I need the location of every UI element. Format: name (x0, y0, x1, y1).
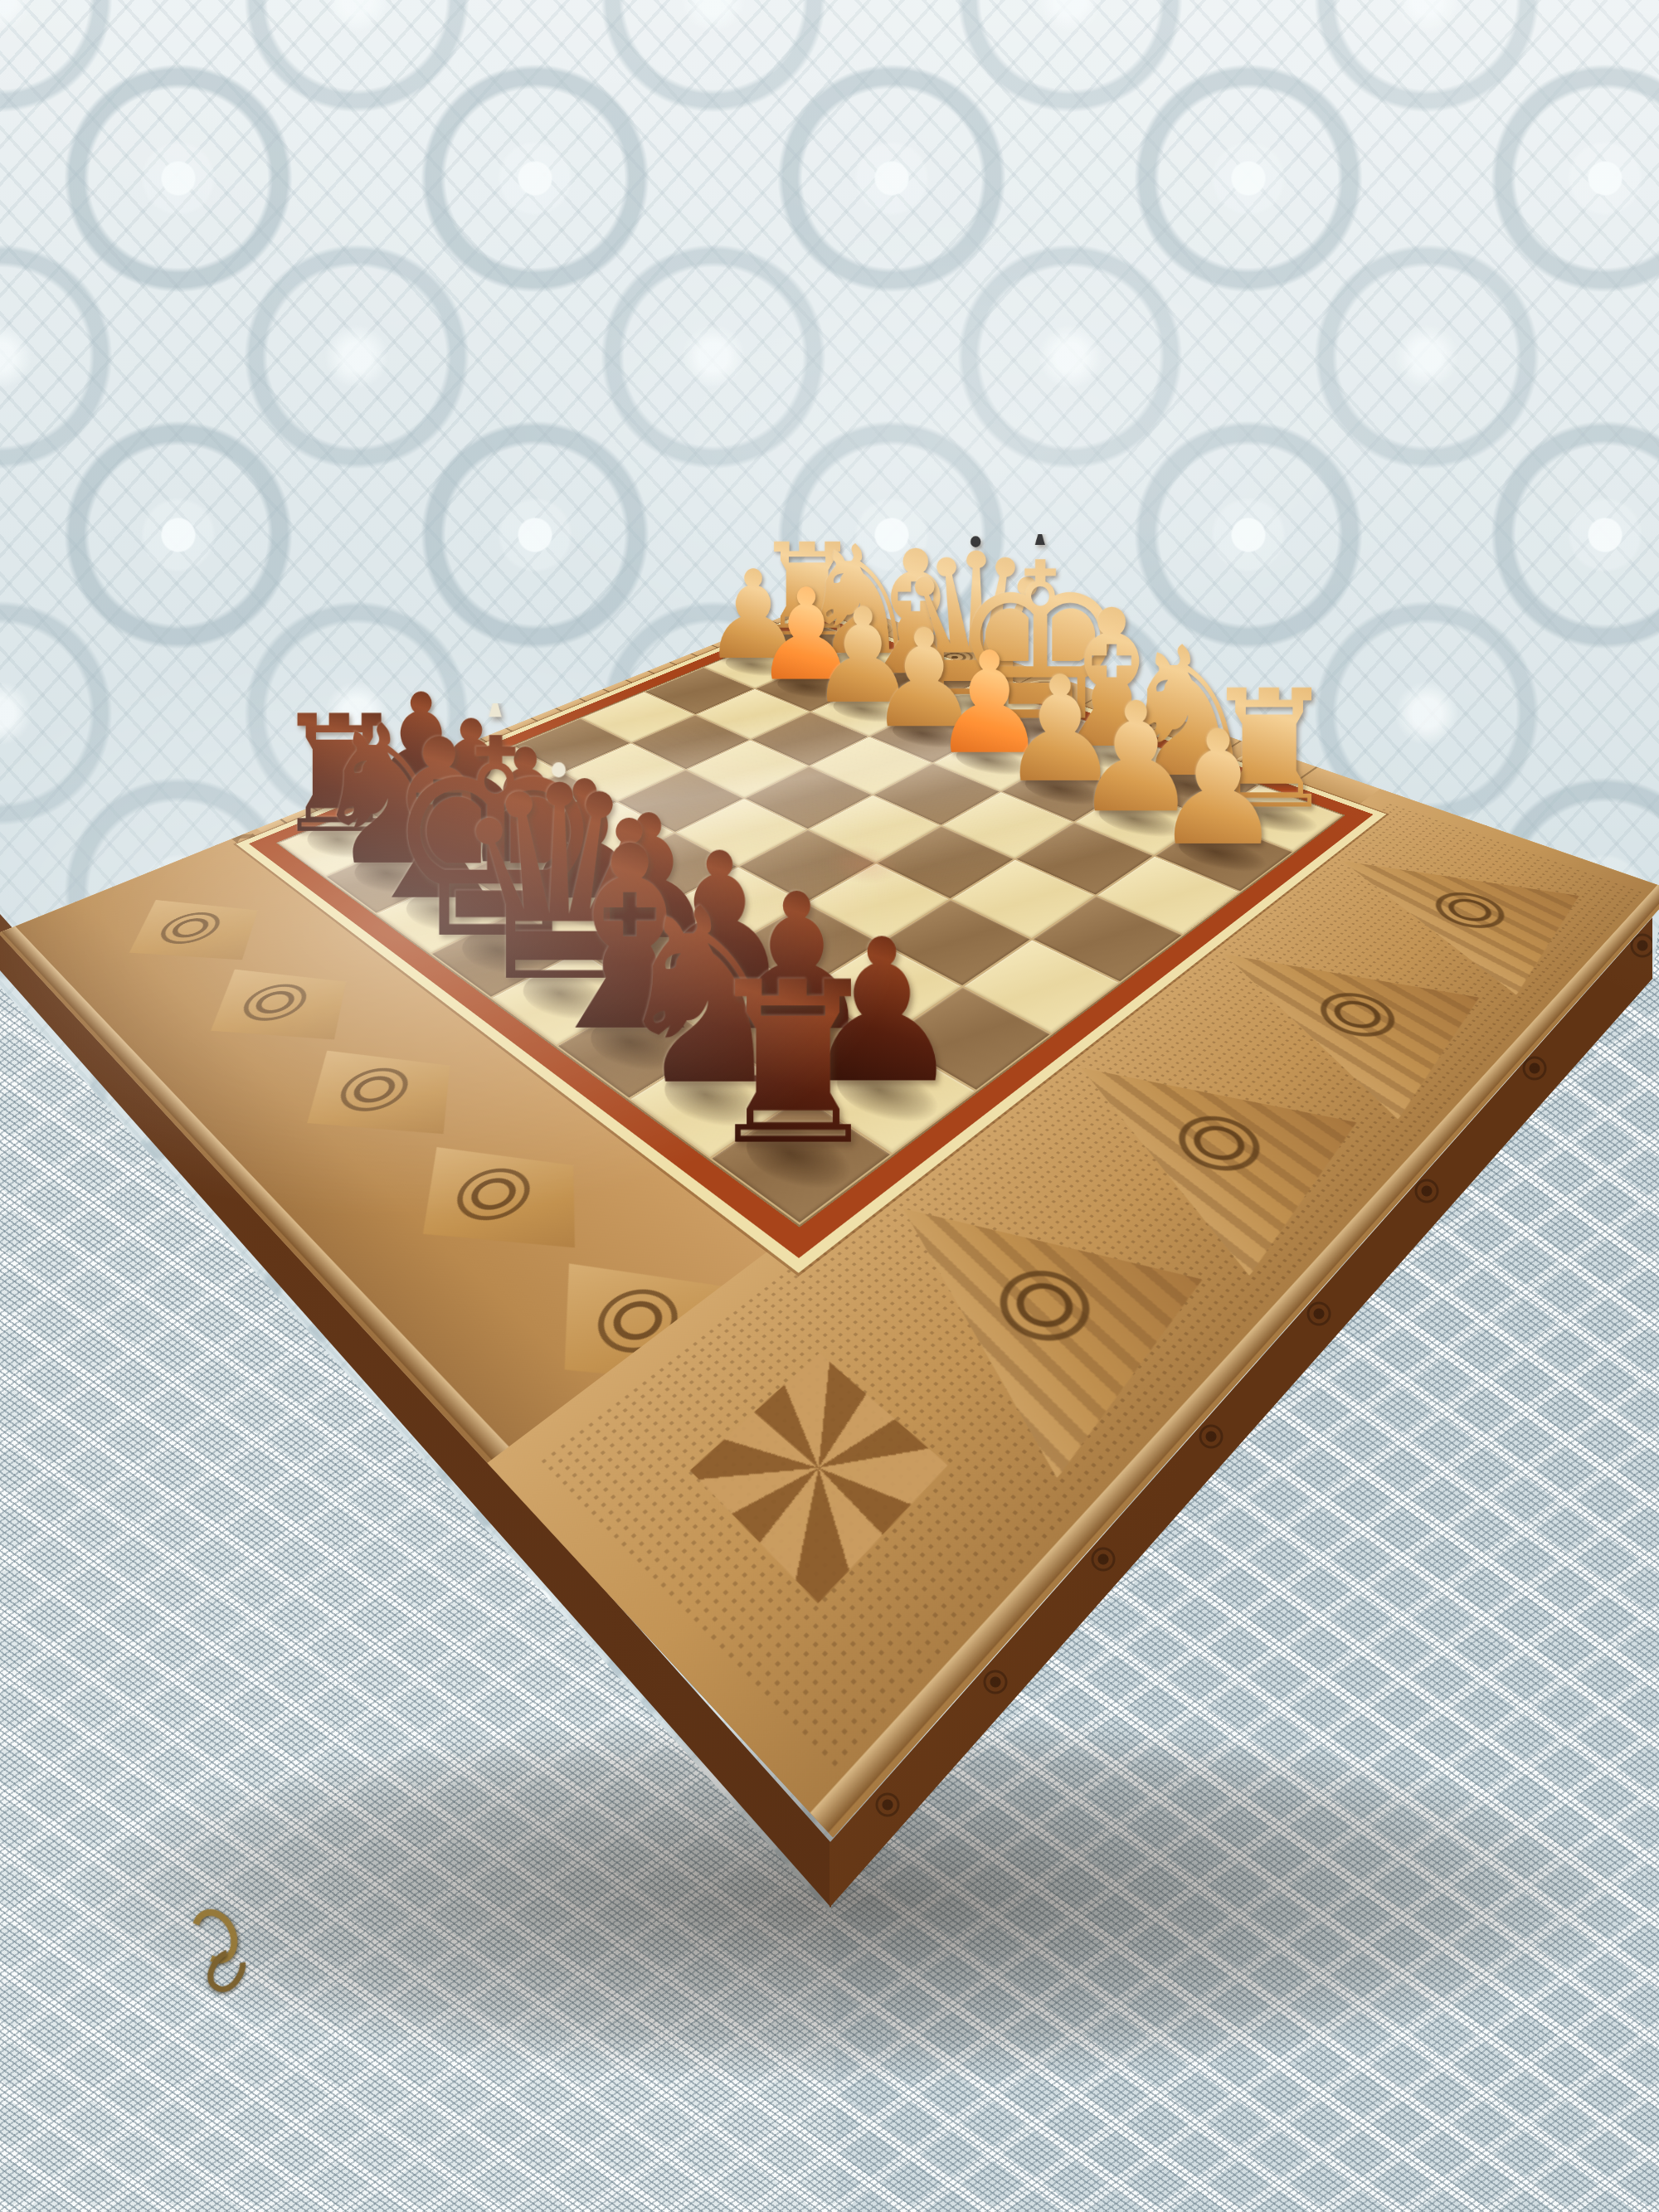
photo-scene: ♜♞♝♛♚♝♞♜♟♟♟♟♟♟♟♟♟♟♟♟♟♟♟♟♜♞♝♚♛♝♞♜ (0, 0, 1659, 2212)
brass-latch[interactable] (169, 1898, 262, 2008)
white-pawn[interactable]: ♟ (1153, 710, 1283, 868)
black-rook[interactable]: ♜ (701, 953, 886, 1177)
